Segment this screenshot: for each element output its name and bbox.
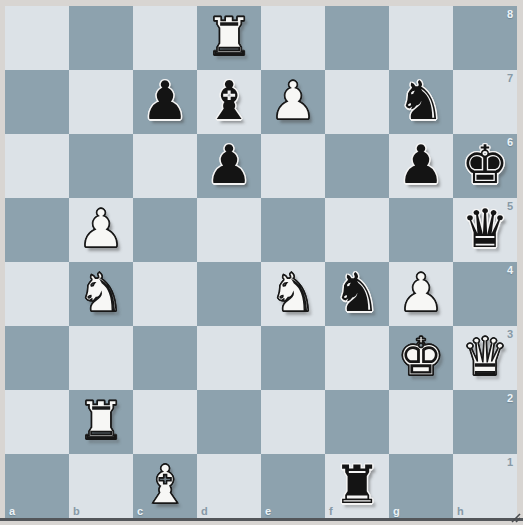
- black-pawn[interactable]: ♟: [197, 134, 261, 198]
- square-h2[interactable]: 2: [453, 390, 517, 454]
- white-pawn[interactable]: ♟: [261, 70, 325, 134]
- white-king[interactable]: ♚: [389, 326, 453, 390]
- square-d6[interactable]: ♟: [197, 134, 261, 198]
- square-f8[interactable]: [325, 6, 389, 70]
- square-g5[interactable]: [389, 198, 453, 262]
- black-queen[interactable]: ♛: [453, 198, 517, 262]
- square-d5[interactable]: [197, 198, 261, 262]
- black-pawn[interactable]: ♟: [389, 134, 453, 198]
- square-e6[interactable]: [261, 134, 325, 198]
- rank-label-1: 1: [507, 456, 513, 468]
- square-f3[interactable]: [325, 326, 389, 390]
- black-knight[interactable]: ♞: [325, 262, 389, 326]
- white-queen[interactable]: ♛: [453, 326, 517, 390]
- square-g4[interactable]: ♟: [389, 262, 453, 326]
- square-f4[interactable]: ♞: [325, 262, 389, 326]
- board-bottom-edge: [0, 518, 523, 521]
- square-b2[interactable]: ♜: [69, 390, 133, 454]
- square-b3[interactable]: [69, 326, 133, 390]
- black-bishop[interactable]: ♝: [197, 70, 261, 134]
- square-e7[interactable]: ♟: [261, 70, 325, 134]
- chess-board[interactable]: ♜8♟♝♟♞7♟♟6♚♟5♛♞♞♞♟4♚3♛♜2abc♝def♜g1h: [5, 6, 517, 518]
- square-e2[interactable]: [261, 390, 325, 454]
- white-knight[interactable]: ♞: [261, 262, 325, 326]
- square-d2[interactable]: [197, 390, 261, 454]
- square-e1[interactable]: e: [261, 454, 325, 518]
- square-b7[interactable]: [69, 70, 133, 134]
- square-d4[interactable]: [197, 262, 261, 326]
- square-g2[interactable]: [389, 390, 453, 454]
- square-a2[interactable]: [5, 390, 69, 454]
- square-c3[interactable]: [133, 326, 197, 390]
- square-d1[interactable]: d: [197, 454, 261, 518]
- square-f6[interactable]: [325, 134, 389, 198]
- square-e8[interactable]: [261, 6, 325, 70]
- square-a1[interactable]: a: [5, 454, 69, 518]
- square-d3[interactable]: [197, 326, 261, 390]
- white-pawn[interactable]: ♟: [389, 262, 453, 326]
- square-b4[interactable]: ♞: [69, 262, 133, 326]
- square-b8[interactable]: [69, 6, 133, 70]
- white-rook[interactable]: ♜: [197, 6, 261, 70]
- square-c2[interactable]: [133, 390, 197, 454]
- black-pawn[interactable]: ♟: [133, 70, 197, 134]
- white-knight[interactable]: ♞: [69, 262, 133, 326]
- square-g8[interactable]: [389, 6, 453, 70]
- file-label-h: h: [457, 505, 464, 517]
- square-b5[interactable]: ♟: [69, 198, 133, 262]
- square-a3[interactable]: [5, 326, 69, 390]
- square-c6[interactable]: [133, 134, 197, 198]
- square-h4[interactable]: 4: [453, 262, 517, 326]
- square-h7[interactable]: 7: [453, 70, 517, 134]
- square-d7[interactable]: ♝: [197, 70, 261, 134]
- square-h3[interactable]: 3♛: [453, 326, 517, 390]
- square-a5[interactable]: [5, 198, 69, 262]
- square-c8[interactable]: [133, 6, 197, 70]
- square-d8[interactable]: ♜: [197, 6, 261, 70]
- square-c1[interactable]: c♝: [133, 454, 197, 518]
- file-label-b: b: [73, 505, 80, 517]
- square-a4[interactable]: [5, 262, 69, 326]
- white-pawn[interactable]: ♟: [69, 198, 133, 262]
- square-e5[interactable]: [261, 198, 325, 262]
- square-f2[interactable]: [325, 390, 389, 454]
- square-e3[interactable]: [261, 326, 325, 390]
- resize-handle-icon[interactable]: [507, 509, 521, 523]
- square-b1[interactable]: b: [69, 454, 133, 518]
- board-frame: ♜8♟♝♟♞7♟♟6♚♟5♛♞♞♞♟4♚3♛♜2abc♝def♜g1h: [0, 0, 523, 525]
- rank-label-7: 7: [507, 72, 513, 84]
- square-h6[interactable]: 6♚: [453, 134, 517, 198]
- black-king[interactable]: ♚: [453, 134, 517, 198]
- square-g3[interactable]: ♚: [389, 326, 453, 390]
- black-knight[interactable]: ♞: [389, 70, 453, 134]
- square-f5[interactable]: [325, 198, 389, 262]
- square-e4[interactable]: ♞: [261, 262, 325, 326]
- square-g6[interactable]: ♟: [389, 134, 453, 198]
- square-c7[interactable]: ♟: [133, 70, 197, 134]
- square-f7[interactable]: [325, 70, 389, 134]
- file-label-g: g: [393, 505, 400, 517]
- white-rook[interactable]: ♜: [69, 390, 133, 454]
- square-a8[interactable]: [5, 6, 69, 70]
- square-c4[interactable]: [133, 262, 197, 326]
- rank-label-8: 8: [507, 8, 513, 20]
- square-b6[interactable]: [69, 134, 133, 198]
- rank-label-2: 2: [507, 392, 513, 404]
- file-label-a: a: [9, 505, 15, 517]
- black-rook[interactable]: ♜: [325, 454, 389, 518]
- white-bishop[interactable]: ♝: [133, 454, 197, 518]
- square-g7[interactable]: ♞: [389, 70, 453, 134]
- square-a7[interactable]: [5, 70, 69, 134]
- file-label-e: e: [265, 505, 271, 517]
- square-c5[interactable]: [133, 198, 197, 262]
- file-label-d: d: [201, 505, 208, 517]
- square-g1[interactable]: g: [389, 454, 453, 518]
- square-f1[interactable]: f♜: [325, 454, 389, 518]
- square-h5[interactable]: 5♛: [453, 198, 517, 262]
- square-a6[interactable]: [5, 134, 69, 198]
- square-h8[interactable]: 8: [453, 6, 517, 70]
- rank-label-4: 4: [507, 264, 513, 276]
